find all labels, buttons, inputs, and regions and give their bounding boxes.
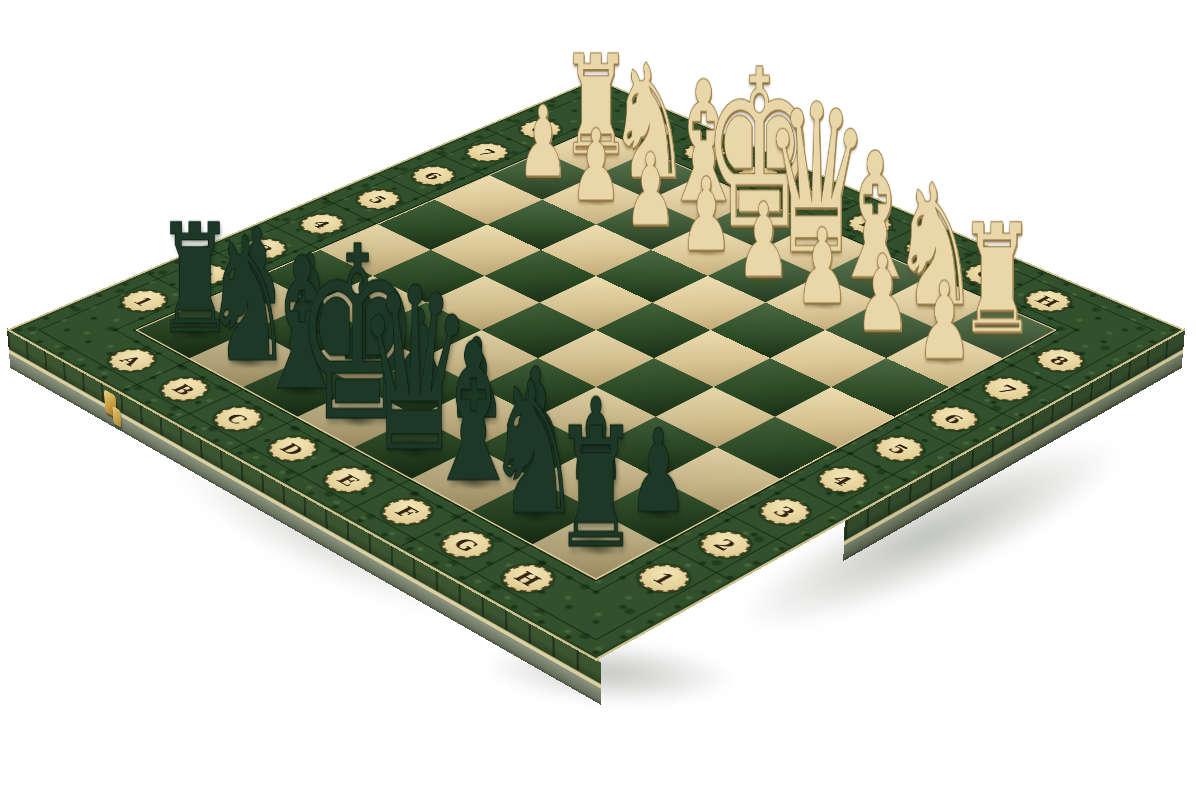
piece-cream-pawn: ♟ — [855, 241, 910, 347]
coord-label-5: 5 — [866, 432, 932, 466]
piece-cream-pawn: ♟ — [517, 93, 568, 191]
piece-cream-pawn: ♟ — [916, 268, 972, 375]
product-photo: ABCDEFGH ABCDEFGH 87654321 87654321 ♜♞♝♚… — [0, 0, 1200, 800]
square-a6 — [435, 176, 542, 225]
square-c6 — [541, 224, 651, 275]
coord-label-F: F — [373, 494, 441, 530]
coord-label-B: B — [153, 373, 217, 405]
clasp-plate-icon — [104, 389, 117, 419]
piece-cream-pawn: ♟ — [624, 140, 676, 241]
coord-label-D: D — [260, 432, 326, 466]
coord-label-H: H — [493, 560, 563, 598]
square-h1: ♜ — [533, 511, 659, 578]
coord-label-8: 8 — [1029, 345, 1092, 376]
coord-label-2: 2 — [691, 526, 760, 563]
piece-cream-pawn: ♟ — [737, 189, 791, 292]
coord-label-G: G — [432, 526, 501, 563]
piece-cream-pawn: ♟ — [570, 116, 622, 215]
coord-label-4: 4 — [810, 463, 877, 498]
piece-green-rook: ♜ — [553, 405, 639, 570]
piece-cream-pawn: ♟ — [795, 215, 849, 320]
chess-board: ABCDEFGH ABCDEFGH 87654321 87654321 ♜♞♝♚… — [6, 78, 1185, 661]
square-b6 — [487, 200, 596, 250]
coord-label-6: 6 — [405, 163, 463, 189]
coord-label-C: C — [205, 402, 270, 435]
coord-label-3: 3 — [751, 494, 819, 530]
clasp-hook-icon — [112, 406, 121, 428]
coord-label-7: 7 — [975, 373, 1039, 405]
coord-label-1: 1 — [629, 560, 699, 598]
brass-clasp — [102, 387, 126, 433]
coord-label-A: A — [100, 345, 163, 376]
coord-label-6: 6 — [922, 402, 987, 435]
square-f6 — [711, 303, 826, 359]
coord-label-7: 7 — [459, 140, 516, 165]
coord-label-E: E — [316, 463, 383, 498]
piece-cream-pawn: ♟ — [680, 164, 733, 266]
